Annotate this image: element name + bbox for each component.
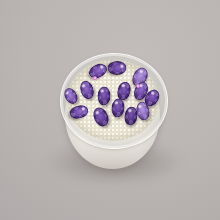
gem-1 [87, 61, 110, 81]
gems-layer [0, 0, 220, 220]
gem-4 [78, 79, 96, 101]
gem-10 [68, 103, 90, 120]
gem-5 [62, 86, 81, 107]
gem-2 [107, 61, 126, 76]
gem-11 [90, 105, 111, 129]
gem-12 [111, 98, 126, 118]
gem-6 [97, 86, 111, 105]
photo [0, 0, 220, 220]
facet-sparkle-1 [136, 84, 140, 88]
facet-sparkle-2 [93, 76, 97, 80]
